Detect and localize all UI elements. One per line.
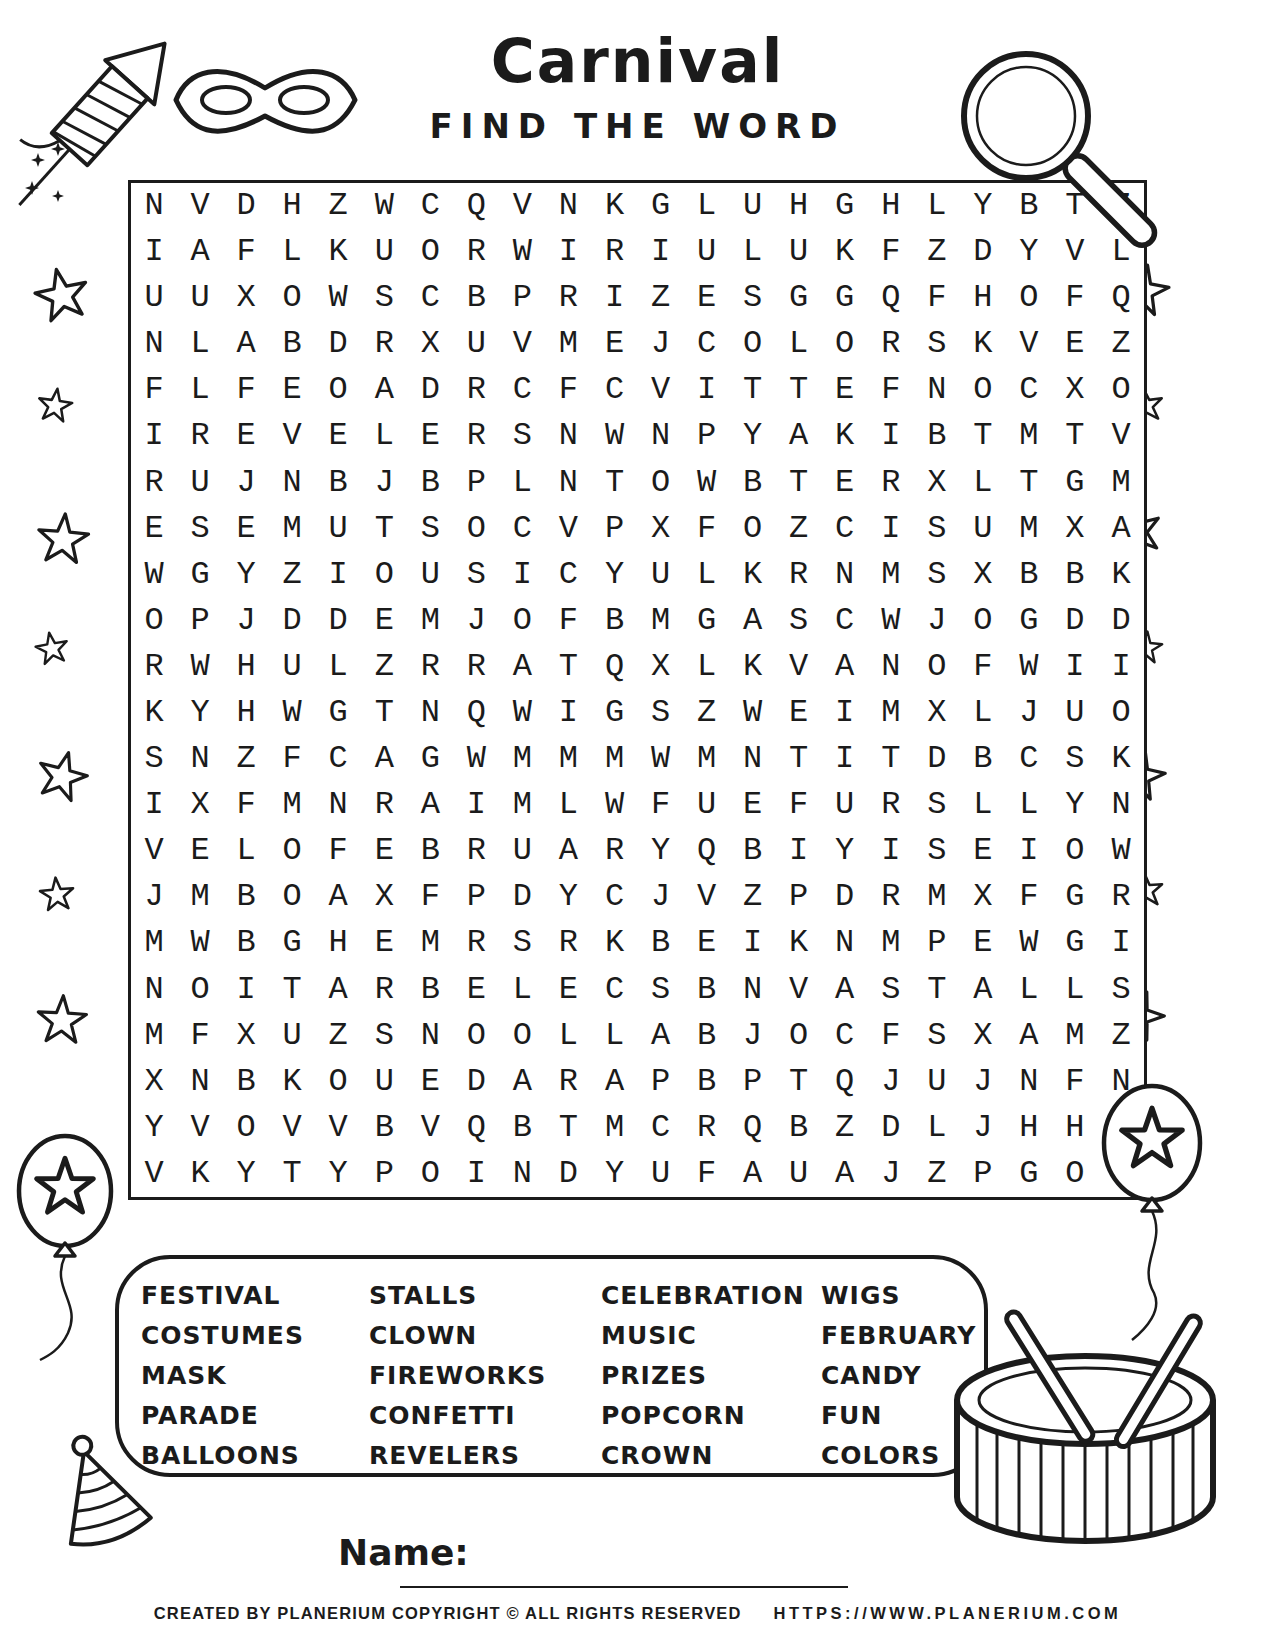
grid-cell[interactable]: I bbox=[223, 967, 269, 1013]
grid-cell[interactable]: L bbox=[684, 552, 730, 598]
grid-cell[interactable]: W bbox=[269, 690, 315, 736]
grid-cell[interactable]: D bbox=[407, 367, 453, 413]
grid-cell[interactable]: Z bbox=[361, 644, 407, 690]
grid-cell[interactable]: W bbox=[730, 690, 776, 736]
grid-cell[interactable]: G bbox=[1006, 1151, 1052, 1197]
grid-cell[interactable]: N bbox=[822, 920, 868, 966]
grid-cell[interactable]: J bbox=[730, 1013, 776, 1059]
grid-cell[interactable]: R bbox=[684, 1105, 730, 1151]
grid-cell[interactable]: T bbox=[868, 736, 914, 782]
grid-cell[interactable]: M bbox=[407, 598, 453, 644]
grid-cell[interactable]: O bbox=[361, 552, 407, 598]
grid-cell[interactable]: R bbox=[868, 782, 914, 828]
grid-cell[interactable]: L bbox=[914, 1105, 960, 1151]
grid-cell[interactable]: U bbox=[315, 506, 361, 552]
grid-cell[interactable]: Q bbox=[684, 828, 730, 874]
word-list-item[interactable]: FESTIVAL bbox=[141, 1276, 304, 1316]
grid-cell[interactable]: E bbox=[361, 598, 407, 644]
grid-cell[interactable]: K bbox=[822, 229, 868, 275]
grid-cell[interactable]: Q bbox=[453, 183, 499, 229]
grid-cell[interactable]: E bbox=[730, 782, 776, 828]
grid-cell[interactable]: W bbox=[177, 920, 223, 966]
grid-cell[interactable]: W bbox=[131, 552, 177, 598]
grid-cell[interactable]: N bbox=[638, 413, 684, 459]
grid-cell[interactable]: K bbox=[960, 321, 1006, 367]
grid-cell[interactable]: X bbox=[960, 874, 1006, 920]
grid-cell[interactable]: S bbox=[1052, 736, 1098, 782]
grid-cell[interactable]: R bbox=[453, 828, 499, 874]
grid-cell[interactable]: X bbox=[914, 460, 960, 506]
grid-cell[interactable]: L bbox=[1006, 967, 1052, 1013]
grid-cell[interactable]: K bbox=[591, 920, 637, 966]
grid-cell[interactable]: E bbox=[315, 413, 361, 459]
grid-cell[interactable]: O bbox=[407, 229, 453, 275]
grid-cell[interactable]: K bbox=[730, 552, 776, 598]
grid-cell[interactable]: A bbox=[822, 967, 868, 1013]
grid-cell[interactable]: O bbox=[269, 275, 315, 321]
grid-cell[interactable]: X bbox=[1052, 506, 1098, 552]
grid-cell[interactable]: L bbox=[499, 967, 545, 1013]
grid-cell[interactable]: W bbox=[1006, 920, 1052, 966]
grid-cell[interactable]: E bbox=[684, 920, 730, 966]
grid-cell[interactable]: N bbox=[822, 552, 868, 598]
grid-cell[interactable]: I bbox=[684, 367, 730, 413]
grid-cell[interactable]: P bbox=[776, 874, 822, 920]
grid-cell[interactable]: M bbox=[269, 506, 315, 552]
grid-cell[interactable]: V bbox=[131, 1151, 177, 1197]
grid-cell[interactable]: C bbox=[545, 552, 591, 598]
word-list-item[interactable]: CROWN bbox=[601, 1436, 805, 1476]
grid-cell[interactable]: R bbox=[453, 920, 499, 966]
grid-cell[interactable]: Z bbox=[638, 275, 684, 321]
grid-cell[interactable]: T bbox=[1052, 413, 1098, 459]
grid-cell[interactable]: C bbox=[684, 321, 730, 367]
grid-cell[interactable]: A bbox=[591, 1059, 637, 1105]
grid-cell[interactable]: I bbox=[131, 413, 177, 459]
grid-cell[interactable]: E bbox=[545, 967, 591, 1013]
grid-cell[interactable]: U bbox=[776, 229, 822, 275]
grid-cell[interactable]: X bbox=[914, 690, 960, 736]
grid-cell[interactable]: L bbox=[1052, 967, 1098, 1013]
grid-cell[interactable]: F bbox=[914, 275, 960, 321]
grid-cell[interactable]: P bbox=[684, 413, 730, 459]
grid-cell[interactable]: B bbox=[1006, 552, 1052, 598]
grid-cell[interactable]: A bbox=[1006, 1013, 1052, 1059]
grid-cell[interactable]: S bbox=[730, 275, 776, 321]
grid-cell[interactable]: M bbox=[914, 874, 960, 920]
grid-cell[interactable]: F bbox=[177, 1013, 223, 1059]
grid-cell[interactable]: O bbox=[315, 367, 361, 413]
grid-cell[interactable]: S bbox=[638, 967, 684, 1013]
grid-cell[interactable]: O bbox=[730, 321, 776, 367]
grid-cell[interactable]: Z bbox=[776, 506, 822, 552]
grid-cell[interactable]: Z bbox=[730, 874, 776, 920]
grid-cell[interactable]: G bbox=[177, 552, 223, 598]
grid-cell[interactable]: G bbox=[1052, 920, 1098, 966]
grid-cell[interactable]: M bbox=[1006, 506, 1052, 552]
grid-cell[interactable]: I bbox=[822, 690, 868, 736]
grid-cell[interactable]: L bbox=[591, 1013, 637, 1059]
grid-cell[interactable]: X bbox=[361, 874, 407, 920]
grid-cell[interactable]: I bbox=[1006, 828, 1052, 874]
grid-cell[interactable]: K bbox=[1098, 736, 1144, 782]
grid-cell[interactable]: L bbox=[269, 229, 315, 275]
word-list-item[interactable]: COSTUMES bbox=[141, 1316, 304, 1356]
grid-cell[interactable]: L bbox=[684, 644, 730, 690]
grid-cell[interactable]: F bbox=[131, 367, 177, 413]
grid-cell[interactable]: N bbox=[407, 690, 453, 736]
grid-cell[interactable]: M bbox=[545, 736, 591, 782]
grid-cell[interactable]: U bbox=[684, 229, 730, 275]
grid-cell[interactable]: I bbox=[453, 782, 499, 828]
grid-cell[interactable]: E bbox=[822, 367, 868, 413]
grid-cell[interactable]: M bbox=[684, 736, 730, 782]
grid-cell[interactable]: U bbox=[638, 552, 684, 598]
grid-cell[interactable]: O bbox=[1098, 690, 1144, 736]
grid-cell[interactable]: G bbox=[1052, 460, 1098, 506]
grid-cell[interactable]: O bbox=[914, 644, 960, 690]
grid-cell[interactable]: O bbox=[453, 1013, 499, 1059]
grid-cell[interactable]: H bbox=[315, 920, 361, 966]
grid-cell[interactable]: F bbox=[269, 736, 315, 782]
grid-cell[interactable]: A bbox=[315, 874, 361, 920]
grid-cell[interactable]: G bbox=[776, 275, 822, 321]
grid-cell[interactable]: L bbox=[223, 828, 269, 874]
grid-cell[interactable]: D bbox=[269, 598, 315, 644]
grid-cell[interactable]: L bbox=[960, 690, 1006, 736]
grid-cell[interactable]: Q bbox=[822, 1059, 868, 1105]
grid-cell[interactable]: P bbox=[453, 460, 499, 506]
grid-cell[interactable]: F bbox=[868, 229, 914, 275]
grid-cell[interactable]: M bbox=[591, 1105, 637, 1151]
grid-cell[interactable]: H bbox=[960, 275, 1006, 321]
grid-cell[interactable]: V bbox=[776, 644, 822, 690]
grid-cell[interactable]: L bbox=[177, 367, 223, 413]
grid-cell[interactable]: P bbox=[638, 1059, 684, 1105]
grid-cell[interactable]: C bbox=[499, 506, 545, 552]
grid-cell[interactable]: R bbox=[868, 874, 914, 920]
grid-cell[interactable]: U bbox=[914, 1059, 960, 1105]
grid-cell[interactable]: A bbox=[1098, 506, 1144, 552]
grid-cell[interactable]: N bbox=[730, 967, 776, 1013]
grid-cell[interactable]: Z bbox=[914, 1151, 960, 1197]
grid-cell[interactable]: M bbox=[499, 782, 545, 828]
grid-cell[interactable]: N bbox=[131, 183, 177, 229]
grid-cell[interactable]: H bbox=[269, 183, 315, 229]
grid-cell[interactable]: V bbox=[638, 367, 684, 413]
grid-cell[interactable]: R bbox=[545, 275, 591, 321]
grid-cell[interactable]: G bbox=[822, 275, 868, 321]
grid-cell[interactable]: J bbox=[960, 1105, 1006, 1151]
grid-cell[interactable]: W bbox=[591, 413, 637, 459]
grid-cell[interactable]: M bbox=[1098, 460, 1144, 506]
word-list-item[interactable]: PRIZES bbox=[601, 1356, 805, 1396]
grid-cell[interactable]: W bbox=[638, 736, 684, 782]
grid-cell[interactable]: W bbox=[499, 229, 545, 275]
grid-cell[interactable]: U bbox=[269, 644, 315, 690]
grid-cell[interactable]: N bbox=[545, 413, 591, 459]
grid-cell[interactable]: H bbox=[1006, 1105, 1052, 1151]
grid-cell[interactable]: F bbox=[223, 229, 269, 275]
grid-cell[interactable]: B bbox=[407, 460, 453, 506]
grid-cell[interactable]: I bbox=[1098, 920, 1144, 966]
grid-cell[interactable]: F bbox=[868, 1013, 914, 1059]
grid-cell[interactable]: D bbox=[1052, 598, 1098, 644]
grid-cell[interactable]: Y bbox=[315, 1151, 361, 1197]
word-list-item[interactable]: PARADE bbox=[141, 1396, 304, 1436]
grid-cell[interactable]: B bbox=[407, 967, 453, 1013]
grid-cell[interactable]: C bbox=[822, 1013, 868, 1059]
grid-cell[interactable]: T bbox=[361, 506, 407, 552]
grid-cell[interactable]: M bbox=[1006, 413, 1052, 459]
grid-cell[interactable]: J bbox=[914, 598, 960, 644]
grid-cell[interactable]: L bbox=[1006, 782, 1052, 828]
grid-cell[interactable]: J bbox=[638, 321, 684, 367]
grid-cell[interactable]: D bbox=[822, 874, 868, 920]
grid-cell[interactable]: J bbox=[1006, 690, 1052, 736]
grid-cell[interactable]: F bbox=[223, 782, 269, 828]
grid-cell[interactable]: V bbox=[315, 1105, 361, 1151]
grid-cell[interactable]: K bbox=[730, 644, 776, 690]
grid-cell[interactable]: P bbox=[177, 598, 223, 644]
grid-cell[interactable]: S bbox=[407, 506, 453, 552]
grid-cell[interactable]: Q bbox=[730, 1105, 776, 1151]
grid-cell[interactable]: T bbox=[361, 690, 407, 736]
grid-cell[interactable]: V bbox=[776, 967, 822, 1013]
grid-cell[interactable]: Y bbox=[730, 413, 776, 459]
grid-cell[interactable]: Z bbox=[822, 1105, 868, 1151]
grid-cell[interactable]: A bbox=[361, 367, 407, 413]
grid-cell[interactable]: V bbox=[1006, 321, 1052, 367]
grid-cell[interactable]: R bbox=[131, 644, 177, 690]
grid-cell[interactable]: B bbox=[914, 413, 960, 459]
grid-cell[interactable]: C bbox=[591, 967, 637, 1013]
grid-cell[interactable]: C bbox=[591, 367, 637, 413]
grid-cell[interactable]: C bbox=[1006, 736, 1052, 782]
grid-cell[interactable]: U bbox=[1052, 690, 1098, 736]
grid-cell[interactable]: M bbox=[499, 736, 545, 782]
grid-cell[interactable]: I bbox=[545, 690, 591, 736]
grid-cell[interactable]: D bbox=[868, 1105, 914, 1151]
grid-cell[interactable]: W bbox=[453, 736, 499, 782]
grid-cell[interactable]: J bbox=[223, 460, 269, 506]
grid-cell[interactable]: F bbox=[1006, 874, 1052, 920]
grid-cell[interactable]: T bbox=[269, 967, 315, 1013]
grid-cell[interactable]: Q bbox=[591, 644, 637, 690]
grid-cell[interactable]: X bbox=[638, 506, 684, 552]
grid-cell[interactable]: L bbox=[545, 782, 591, 828]
grid-cell[interactable]: B bbox=[776, 1105, 822, 1151]
grid-cell[interactable]: V bbox=[177, 183, 223, 229]
grid-cell[interactable]: O bbox=[776, 1013, 822, 1059]
grid-cell[interactable]: F bbox=[684, 1151, 730, 1197]
grid-cell[interactable]: I bbox=[1098, 644, 1144, 690]
grid-cell[interactable]: A bbox=[960, 967, 1006, 1013]
grid-cell[interactable]: S bbox=[131, 736, 177, 782]
grid-cell[interactable]: L bbox=[684, 183, 730, 229]
grid-cell[interactable]: A bbox=[407, 782, 453, 828]
grid-cell[interactable]: E bbox=[131, 506, 177, 552]
word-list-item[interactable]: STALLS bbox=[369, 1276, 546, 1316]
grid-cell[interactable]: M bbox=[868, 552, 914, 598]
grid-cell[interactable]: O bbox=[960, 598, 1006, 644]
grid-cell[interactable]: D bbox=[315, 598, 361, 644]
grid-cell[interactable]: S bbox=[177, 506, 223, 552]
grid-cell[interactable]: G bbox=[1052, 874, 1098, 920]
grid-cell[interactable]: E bbox=[407, 413, 453, 459]
grid-cell[interactable]: R bbox=[868, 321, 914, 367]
grid-cell[interactable]: J bbox=[868, 1059, 914, 1105]
grid-cell[interactable]: E bbox=[684, 275, 730, 321]
grid-cell[interactable]: D bbox=[453, 1059, 499, 1105]
grid-cell[interactable]: Q bbox=[453, 690, 499, 736]
grid-cell[interactable]: P bbox=[914, 920, 960, 966]
grid-cell[interactable]: B bbox=[407, 828, 453, 874]
grid-cell[interactable]: A bbox=[822, 1151, 868, 1197]
grid-cell[interactable]: B bbox=[223, 1059, 269, 1105]
word-list-item[interactable]: MUSIC bbox=[601, 1316, 805, 1356]
grid-cell[interactable]: S bbox=[914, 506, 960, 552]
grid-cell[interactable]: X bbox=[223, 1013, 269, 1059]
grid-cell[interactable]: E bbox=[177, 828, 223, 874]
grid-cell[interactable]: J bbox=[223, 598, 269, 644]
grid-cell[interactable]: B bbox=[269, 321, 315, 367]
grid-cell[interactable]: D bbox=[223, 183, 269, 229]
grid-cell[interactable]: T bbox=[545, 1105, 591, 1151]
grid-cell[interactable]: A bbox=[315, 967, 361, 1013]
grid-cell[interactable]: R bbox=[591, 229, 637, 275]
grid-cell[interactable]: A bbox=[499, 644, 545, 690]
grid-cell[interactable]: S bbox=[914, 321, 960, 367]
grid-cell[interactable]: F bbox=[638, 782, 684, 828]
grid-cell[interactable]: G bbox=[684, 598, 730, 644]
grid-cell[interactable]: M bbox=[638, 598, 684, 644]
grid-cell[interactable]: U bbox=[407, 552, 453, 598]
grid-cell[interactable]: F bbox=[684, 506, 730, 552]
grid-cell[interactable]: A bbox=[730, 598, 776, 644]
grid-cell[interactable]: N bbox=[499, 1151, 545, 1197]
word-list-item[interactable]: POPCORN bbox=[601, 1396, 805, 1436]
grid-cell[interactable]: E bbox=[361, 828, 407, 874]
grid-cell[interactable]: G bbox=[407, 736, 453, 782]
grid-cell[interactable]: F bbox=[960, 644, 1006, 690]
grid-cell[interactable]: C bbox=[638, 1105, 684, 1151]
grid-cell[interactable]: R bbox=[177, 413, 223, 459]
grid-cell[interactable]: B bbox=[730, 460, 776, 506]
grid-cell[interactable]: T bbox=[960, 413, 1006, 459]
grid-cell[interactable]: H bbox=[223, 690, 269, 736]
grid-cell[interactable]: W bbox=[1098, 828, 1144, 874]
grid-cell[interactable]: D bbox=[315, 321, 361, 367]
grid-cell[interactable]: U bbox=[177, 275, 223, 321]
grid-cell[interactable]: O bbox=[1052, 828, 1098, 874]
grid-cell[interactable]: C bbox=[822, 598, 868, 644]
grid-cell[interactable]: N bbox=[177, 736, 223, 782]
grid-cell[interactable]: K bbox=[269, 1059, 315, 1105]
grid-cell[interactable]: O bbox=[131, 598, 177, 644]
grid-cell[interactable]: K bbox=[315, 229, 361, 275]
grid-cell[interactable]: N bbox=[131, 321, 177, 367]
grid-cell[interactable]: K bbox=[591, 183, 637, 229]
grid-cell[interactable]: F bbox=[315, 828, 361, 874]
grid-cell[interactable]: S bbox=[868, 967, 914, 1013]
grid-cell[interactable]: I bbox=[499, 552, 545, 598]
grid-cell[interactable]: N bbox=[545, 460, 591, 506]
grid-cell[interactable]: D bbox=[499, 874, 545, 920]
grid-cell[interactable]: E bbox=[822, 460, 868, 506]
grid-cell[interactable]: G bbox=[822, 183, 868, 229]
grid-cell[interactable]: R bbox=[591, 828, 637, 874]
grid-cell[interactable]: M bbox=[131, 920, 177, 966]
grid-cell[interactable]: V bbox=[684, 874, 730, 920]
grid-cell[interactable]: R bbox=[453, 413, 499, 459]
grid-cell[interactable]: S bbox=[361, 275, 407, 321]
grid-cell[interactable]: E bbox=[960, 828, 1006, 874]
grid-cell[interactable]: S bbox=[1098, 967, 1144, 1013]
grid-cell[interactable]: I bbox=[591, 275, 637, 321]
grid-cell[interactable]: V bbox=[499, 321, 545, 367]
grid-cell[interactable]: X bbox=[131, 1059, 177, 1105]
grid-cell[interactable]: O bbox=[499, 1013, 545, 1059]
grid-cell[interactable]: U bbox=[960, 506, 1006, 552]
grid-cell[interactable]: U bbox=[269, 1013, 315, 1059]
grid-cell[interactable]: R bbox=[868, 460, 914, 506]
grid-cell[interactable]: Z bbox=[269, 552, 315, 598]
grid-cell[interactable]: A bbox=[776, 413, 822, 459]
grid-cell[interactable]: B bbox=[223, 874, 269, 920]
grid-cell[interactable]: B bbox=[960, 736, 1006, 782]
grid-cell[interactable]: N bbox=[131, 967, 177, 1013]
grid-cell[interactable]: R bbox=[453, 644, 499, 690]
grid-cell[interactable]: B bbox=[223, 920, 269, 966]
grid-cell[interactable]: E bbox=[361, 920, 407, 966]
grid-cell[interactable]: M bbox=[591, 736, 637, 782]
grid-cell[interactable]: X bbox=[960, 1013, 1006, 1059]
grid-cell[interactable]: H bbox=[223, 644, 269, 690]
word-list-item[interactable]: CONFETTI bbox=[369, 1396, 546, 1436]
grid-cell[interactable]: Z bbox=[315, 1013, 361, 1059]
grid-cell[interactable]: X bbox=[177, 782, 223, 828]
grid-cell[interactable]: W bbox=[177, 644, 223, 690]
grid-cell[interactable]: I bbox=[868, 413, 914, 459]
grid-cell[interactable]: D bbox=[1098, 598, 1144, 644]
grid-cell[interactable]: Y bbox=[822, 828, 868, 874]
grid-cell[interactable]: W bbox=[1006, 644, 1052, 690]
grid-cell[interactable]: L bbox=[315, 644, 361, 690]
grid-cell[interactable]: I bbox=[638, 229, 684, 275]
grid-cell[interactable]: B bbox=[684, 1059, 730, 1105]
grid-cell[interactable]: M bbox=[177, 874, 223, 920]
grid-cell[interactable]: F bbox=[868, 367, 914, 413]
grid-cell[interactable]: S bbox=[499, 413, 545, 459]
grid-cell[interactable]: U bbox=[776, 1151, 822, 1197]
grid-cell[interactable]: Z bbox=[315, 183, 361, 229]
grid-cell[interactable]: T bbox=[776, 367, 822, 413]
grid-cell[interactable]: U bbox=[684, 782, 730, 828]
grid-cell[interactable]: C bbox=[1006, 367, 1052, 413]
grid-cell[interactable]: I bbox=[868, 828, 914, 874]
grid-cell[interactable]: V bbox=[131, 828, 177, 874]
grid-cell[interactable]: Y bbox=[177, 690, 223, 736]
grid-cell[interactable]: I bbox=[1052, 644, 1098, 690]
grid-cell[interactable]: W bbox=[684, 460, 730, 506]
grid-cell[interactable]: V bbox=[545, 506, 591, 552]
grid-cell[interactable]: V bbox=[407, 1105, 453, 1151]
grid-cell[interactable]: S bbox=[914, 552, 960, 598]
grid-cell[interactable]: S bbox=[638, 690, 684, 736]
grid-cell[interactable]: H bbox=[868, 183, 914, 229]
grid-cell[interactable]: B bbox=[730, 828, 776, 874]
